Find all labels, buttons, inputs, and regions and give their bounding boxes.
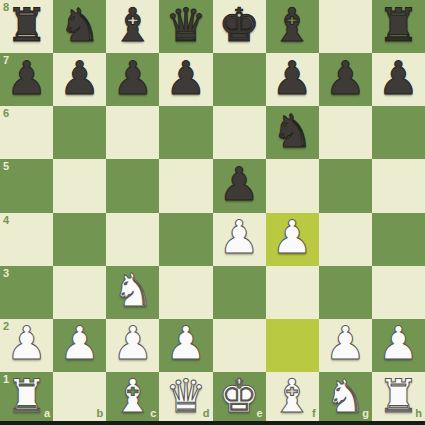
piece-white-rook[interactable]: ♜ <box>378 373 419 419</box>
piece-black-pawn[interactable]: ♟ <box>6 55 47 101</box>
piece-black-rook[interactable]: ♜ <box>6 2 47 48</box>
square-e1[interactable]: e♚ <box>213 372 266 425</box>
square-e7[interactable] <box>213 53 266 106</box>
square-a7[interactable]: 7♟ <box>0 53 53 106</box>
square-b8[interactable]: ♞ <box>53 0 106 53</box>
square-e4[interactable]: ♟ <box>213 213 266 266</box>
square-b5[interactable] <box>53 159 106 212</box>
square-d5[interactable] <box>159 159 212 212</box>
piece-white-pawn[interactable]: ♟ <box>6 320 47 366</box>
chess-board: 8♜♞♝♛♚♝♜7♟♟♟♟♟♟♟6♞5♟4♟♟3♞2♟♟♟♟♟♟1a♜bc♝d♛… <box>0 0 425 425</box>
piece-white-rook[interactable]: ♜ <box>6 373 47 419</box>
square-d4[interactable] <box>159 213 212 266</box>
piece-white-queen[interactable]: ♛ <box>165 373 206 419</box>
piece-white-pawn[interactable]: ♟ <box>378 320 419 366</box>
piece-white-bishop[interactable]: ♝ <box>272 373 313 419</box>
square-b1[interactable]: b <box>53 372 106 425</box>
piece-black-queen[interactable]: ♛ <box>165 2 206 48</box>
square-f5[interactable] <box>266 159 319 212</box>
square-h1[interactable]: h♜ <box>372 372 425 425</box>
square-h6[interactable] <box>372 106 425 159</box>
square-d2[interactable]: ♟ <box>159 319 212 372</box>
square-e3[interactable] <box>213 266 266 319</box>
square-c8[interactable]: ♝ <box>106 0 159 53</box>
rank-label-5: 5 <box>3 161 9 172</box>
square-g8[interactable] <box>319 0 372 53</box>
square-a3[interactable]: 3 <box>0 266 53 319</box>
piece-white-pawn[interactable]: ♟ <box>165 320 206 366</box>
square-d1[interactable]: d♛ <box>159 372 212 425</box>
square-f4[interactable]: ♟ <box>266 213 319 266</box>
square-g1[interactable]: g♞ <box>319 372 372 425</box>
square-c2[interactable]: ♟ <box>106 319 159 372</box>
square-f7[interactable]: ♟ <box>266 53 319 106</box>
square-h7[interactable]: ♟ <box>372 53 425 106</box>
piece-black-pawn[interactable]: ♟ <box>112 55 153 101</box>
piece-white-knight[interactable]: ♞ <box>112 267 153 313</box>
square-f2[interactable] <box>266 319 319 372</box>
square-g6[interactable] <box>319 106 372 159</box>
square-g4[interactable] <box>319 213 372 266</box>
piece-white-pawn[interactable]: ♟ <box>325 320 366 366</box>
square-b2[interactable]: ♟ <box>53 319 106 372</box>
square-a8[interactable]: 8♜ <box>0 0 53 53</box>
square-g5[interactable] <box>319 159 372 212</box>
square-a4[interactable]: 4 <box>0 213 53 266</box>
square-e2[interactable] <box>213 319 266 372</box>
piece-white-pawn[interactable]: ♟ <box>59 320 100 366</box>
square-f6[interactable]: ♞ <box>266 106 319 159</box>
square-a5[interactable]: 5 <box>0 159 53 212</box>
square-d3[interactable] <box>159 266 212 319</box>
square-b6[interactable] <box>53 106 106 159</box>
piece-black-pawn[interactable]: ♟ <box>325 55 366 101</box>
square-e8[interactable]: ♚ <box>213 0 266 53</box>
square-h2[interactable]: ♟ <box>372 319 425 372</box>
piece-black-rook[interactable]: ♜ <box>378 2 419 48</box>
piece-black-bishop[interactable]: ♝ <box>112 2 153 48</box>
square-a2[interactable]: 2♟ <box>0 319 53 372</box>
chess-board-container: 8♜♞♝♛♚♝♜7♟♟♟♟♟♟♟6♞5♟4♟♟3♞2♟♟♟♟♟♟1a♜bc♝d♛… <box>0 0 425 425</box>
square-g3[interactable] <box>319 266 372 319</box>
rank-label-4: 4 <box>3 215 9 226</box>
square-h3[interactable] <box>372 266 425 319</box>
square-b4[interactable] <box>53 213 106 266</box>
piece-white-bishop[interactable]: ♝ <box>112 373 153 419</box>
square-g2[interactable]: ♟ <box>319 319 372 372</box>
square-f8[interactable]: ♝ <box>266 0 319 53</box>
square-c1[interactable]: c♝ <box>106 372 159 425</box>
square-f3[interactable] <box>266 266 319 319</box>
board-bottom-edge <box>0 421 425 425</box>
file-label-b: b <box>97 408 104 419</box>
rank-label-3: 3 <box>3 268 9 279</box>
square-c6[interactable] <box>106 106 159 159</box>
piece-black-pawn[interactable]: ♟ <box>378 55 419 101</box>
piece-black-pawn[interactable]: ♟ <box>59 55 100 101</box>
piece-black-bishop[interactable]: ♝ <box>272 2 313 48</box>
piece-white-pawn[interactable]: ♟ <box>112 320 153 366</box>
square-c4[interactable] <box>106 213 159 266</box>
square-d8[interactable]: ♛ <box>159 0 212 53</box>
piece-black-pawn[interactable]: ♟ <box>218 161 259 207</box>
piece-white-pawn[interactable]: ♟ <box>272 214 313 260</box>
square-c5[interactable] <box>106 159 159 212</box>
rank-label-6: 6 <box>3 108 9 119</box>
piece-black-knight[interactable]: ♞ <box>272 108 313 154</box>
square-d6[interactable] <box>159 106 212 159</box>
square-a6[interactable]: 6 <box>0 106 53 159</box>
square-a1[interactable]: 1a♜ <box>0 372 53 425</box>
square-e6[interactable] <box>213 106 266 159</box>
piece-black-pawn[interactable]: ♟ <box>165 55 206 101</box>
piece-black-king[interactable]: ♚ <box>218 2 259 48</box>
piece-white-king[interactable]: ♚ <box>218 373 259 419</box>
piece-black-knight[interactable]: ♞ <box>59 2 100 48</box>
square-e5[interactable]: ♟ <box>213 159 266 212</box>
square-d7[interactable]: ♟ <box>159 53 212 106</box>
square-g7[interactable]: ♟ <box>319 53 372 106</box>
square-h8[interactable]: ♜ <box>372 0 425 53</box>
square-b3[interactable] <box>53 266 106 319</box>
piece-white-knight[interactable]: ♞ <box>325 373 366 419</box>
square-h4[interactable] <box>372 213 425 266</box>
square-c3[interactable]: ♞ <box>106 266 159 319</box>
square-h5[interactable] <box>372 159 425 212</box>
square-b7[interactable]: ♟ <box>53 53 106 106</box>
square-c7[interactable]: ♟ <box>106 53 159 106</box>
square-f1[interactable]: f♝ <box>266 372 319 425</box>
piece-black-pawn[interactable]: ♟ <box>272 55 313 101</box>
piece-white-pawn[interactable]: ♟ <box>218 214 259 260</box>
